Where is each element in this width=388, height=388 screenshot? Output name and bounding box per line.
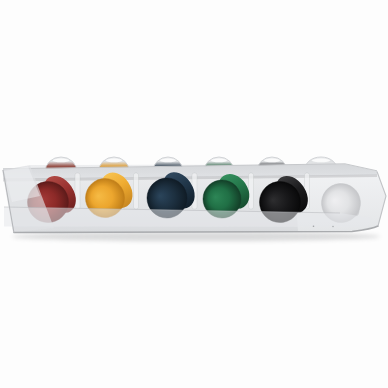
- tray-scene-svg: [0, 0, 388, 388]
- slot-divider: [75, 173, 80, 209]
- product-photo: [0, 0, 388, 388]
- dust-speck: [313, 226, 315, 228]
- slot-divider: [134, 173, 139, 209]
- slot-divider: [249, 173, 254, 209]
- dust-speck: [332, 226, 333, 227]
